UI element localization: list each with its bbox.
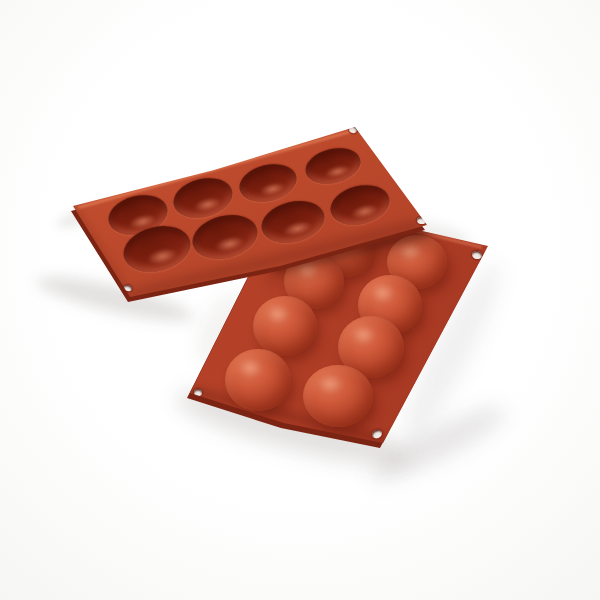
cavity-mold-edge bbox=[0, 0, 600, 600]
half-sphere-cavity bbox=[257, 195, 329, 249]
half-sphere-cavity bbox=[326, 179, 393, 230]
cavity-mold-face bbox=[0, 0, 600, 600]
corner-hole bbox=[348, 124, 358, 133]
half-sphere-cavity bbox=[236, 159, 301, 208]
product-photo-scene bbox=[0, 0, 600, 600]
half-sphere-cavity bbox=[302, 143, 365, 190]
cavity-mold bbox=[0, 0, 600, 600]
corner-hole bbox=[416, 216, 426, 224]
